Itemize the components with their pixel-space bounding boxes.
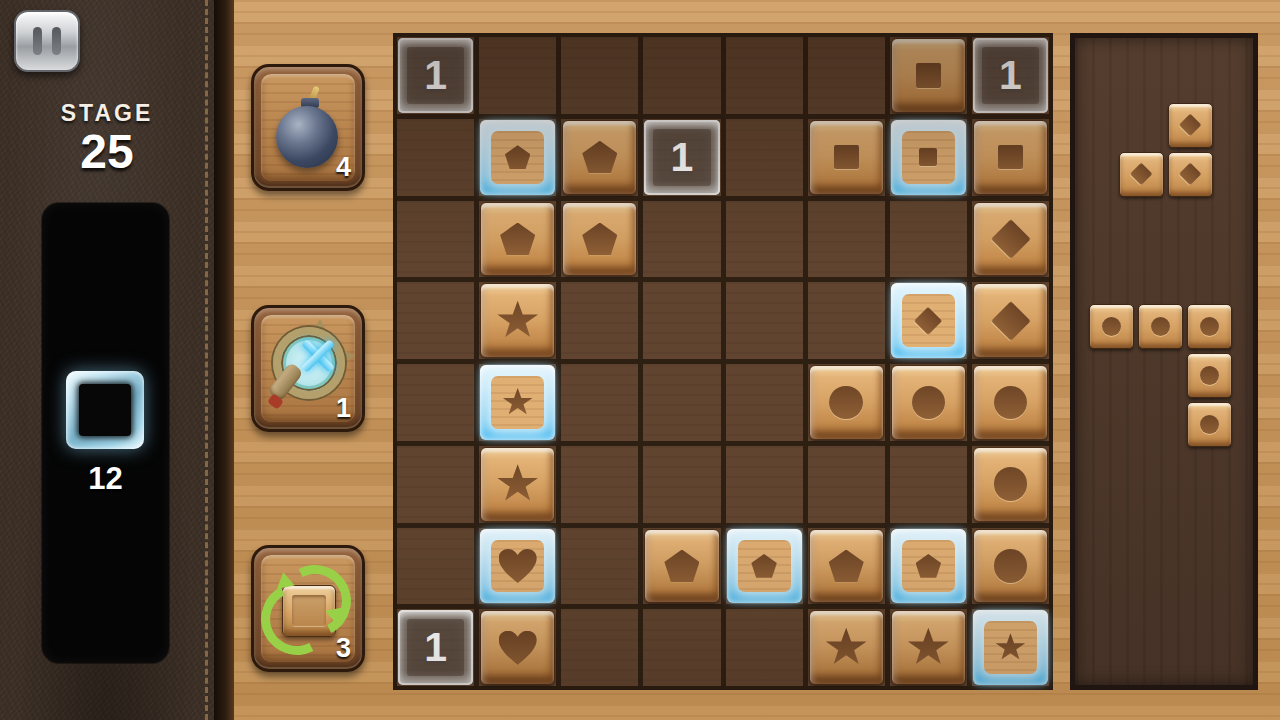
- frozen-tile-core: [491, 376, 544, 429]
- heart-tile: [480, 610, 555, 685]
- board-cell-r2c6[interactable]: [808, 119, 885, 196]
- blocker-number: 1: [999, 52, 1022, 99]
- stage-label: STAGE: [0, 100, 214, 127]
- frozen-tile-core: [902, 131, 955, 184]
- pent-tile: [809, 529, 884, 604]
- board-cell-r8c8[interactable]: [972, 609, 1049, 686]
- board-cell-r6c2[interactable]: [479, 446, 556, 523]
- heart-symbol: [499, 549, 537, 583]
- star-tile: [891, 610, 966, 685]
- rotate-powerup-button[interactable]: 3: [251, 545, 365, 672]
- cir-symbol: [994, 386, 1028, 419]
- board-cell-r8c6[interactable]: [808, 609, 885, 686]
- board-cell-r5c1[interactable]: [397, 364, 474, 441]
- star-symbol: [995, 633, 1026, 662]
- sq-symbol: [919, 148, 937, 166]
- sq-symbol: [834, 145, 859, 170]
- blocker-number: 1: [424, 624, 447, 671]
- board-cell-r6c4[interactable]: [643, 446, 720, 523]
- frozen-pent-tile: [891, 529, 966, 604]
- dia-symbol: [991, 219, 1030, 258]
- sq-tile: [891, 38, 966, 113]
- cir-symbol: [994, 467, 1028, 500]
- board-cell-r2c5[interactable]: [726, 119, 803, 196]
- board-cell-r5c6[interactable]: [808, 364, 885, 441]
- panel-edge-shadow: [214, 0, 234, 720]
- board-cell-r4c4[interactable]: [643, 282, 720, 359]
- magnifier-powerup-button[interactable]: 1: [251, 305, 365, 432]
- board-cell-r4c1[interactable]: [397, 282, 474, 359]
- sq-symbol: [916, 63, 941, 88]
- piece-block-dia: [1119, 152, 1164, 197]
- board-cell-r5c4[interactable]: [643, 364, 720, 441]
- board-cell-r2c4[interactable]: 1: [643, 119, 720, 196]
- board-cell-r2c8[interactable]: [972, 119, 1049, 196]
- sq-symbol: [998, 145, 1023, 170]
- pent-symbol: [582, 141, 617, 174]
- frozen-tile-core: [902, 540, 955, 593]
- pent-symbol: [664, 550, 699, 583]
- board-cell-r1c4[interactable]: [643, 37, 720, 114]
- cir-symbol: [1200, 317, 1220, 337]
- board-cell-r7c5[interactable]: [726, 528, 803, 605]
- board-cell-r5c7[interactable]: [890, 364, 967, 441]
- board-cell-r8c1[interactable]: 1: [397, 609, 474, 686]
- board-cell-r1c2[interactable]: [479, 37, 556, 114]
- piece-tray: [1070, 33, 1258, 690]
- sq-tile: [809, 120, 884, 195]
- board-cell-r3c2[interactable]: [479, 201, 556, 278]
- heart-symbol: [499, 631, 537, 665]
- board-cell-r4c7[interactable]: [890, 282, 967, 359]
- frozen-dia-tile: [891, 283, 966, 358]
- pent-tile: [480, 202, 555, 277]
- board-cell-r7c8[interactable]: [972, 528, 1049, 605]
- piece-block-cir: [1187, 304, 1232, 349]
- board-cell-r3c4[interactable]: [643, 201, 720, 278]
- board-cell-r1c1[interactable]: 1: [397, 37, 474, 114]
- board-cell-r6c1[interactable]: [397, 446, 474, 523]
- dia-symbol: [1179, 114, 1202, 137]
- board-cell-r8c4[interactable]: [643, 609, 720, 686]
- pause-icon: [33, 27, 42, 55]
- board-cell-r3c5[interactable]: [726, 201, 803, 278]
- cir-tile: [973, 447, 1048, 522]
- board-cell-r4c8[interactable]: [972, 282, 1049, 359]
- cir-tile: [973, 529, 1048, 604]
- pent-tile: [562, 120, 637, 195]
- cir-tile: [973, 365, 1048, 440]
- board-grid: 1111: [393, 33, 1053, 690]
- board-cell-r2c1[interactable]: [397, 119, 474, 196]
- frozen-tile-core: [491, 540, 544, 593]
- star-symbol: [825, 628, 867, 668]
- star-tile: [480, 283, 555, 358]
- board-cell-r7c7[interactable]: [890, 528, 967, 605]
- cir-symbol: [1102, 317, 1122, 337]
- board-cell-r4c6[interactable]: [808, 282, 885, 359]
- star-symbol: [502, 388, 533, 417]
- pause-icon: [52, 27, 61, 55]
- cir-symbol: [1200, 415, 1220, 435]
- frozen-tile-core: [984, 621, 1037, 674]
- star-symbol: [496, 464, 538, 504]
- magnifier-count: 1: [336, 393, 351, 424]
- bomb-icon: [272, 86, 344, 170]
- cir-symbol: [1151, 317, 1171, 337]
- sq-tile: [973, 120, 1048, 195]
- board-cell-r7c3[interactable]: [561, 528, 638, 605]
- glass-blocker-tile: 1: [398, 38, 473, 113]
- dia-tile: [973, 283, 1048, 358]
- ice-frame-block-icon: [66, 371, 144, 449]
- board-cell-r2c3[interactable]: [561, 119, 638, 196]
- board-cell-r8c3[interactable]: [561, 609, 638, 686]
- board-cell-r6c6[interactable]: [808, 446, 885, 523]
- star-tile: [809, 610, 884, 685]
- board-cell-r7c1[interactable]: [397, 528, 474, 605]
- board-cell-r1c5[interactable]: [726, 37, 803, 114]
- pent-symbol: [500, 223, 535, 256]
- board-cell-r5c5[interactable]: [726, 364, 803, 441]
- bomb-powerup-button[interactable]: 4: [251, 64, 365, 191]
- piece-block-cir: [1089, 304, 1134, 349]
- pent-tile: [644, 529, 719, 604]
- board-cell-r6c8[interactable]: [972, 446, 1049, 523]
- piece-block-cir: [1187, 402, 1232, 447]
- cir-symbol: [994, 549, 1028, 582]
- board-cell-r7c4[interactable]: [643, 528, 720, 605]
- tray-piece-2[interactable]: [1089, 304, 1232, 447]
- piece-block-cir: [1187, 353, 1232, 398]
- cir-symbol: [829, 386, 863, 419]
- pent-symbol: [505, 145, 531, 169]
- frozen-sq-tile: [891, 120, 966, 195]
- pause-button[interactable]: [14, 10, 80, 72]
- board-cell-r8c5[interactable]: [726, 609, 803, 686]
- bomb-body: [276, 106, 338, 168]
- glass-blocker-tile: 1: [398, 610, 473, 685]
- cir-symbol: [1200, 366, 1220, 386]
- piece-block-cir: [1138, 304, 1183, 349]
- board-cell-r3c1[interactable]: [397, 201, 474, 278]
- board-cell-r5c3[interactable]: [561, 364, 638, 441]
- board-cell-r5c2[interactable]: [479, 364, 556, 441]
- board-cell-r5c8[interactable]: [972, 364, 1049, 441]
- glass-blocker-tile: 1: [973, 38, 1048, 113]
- board-cell-r7c2[interactable]: [479, 528, 556, 605]
- dia-symbol: [1130, 163, 1153, 186]
- cir-symbol: [912, 386, 946, 419]
- frozen-pent-tile: [727, 529, 802, 604]
- pent-symbol: [582, 223, 617, 256]
- frozen-tile-core: [491, 131, 544, 184]
- frozen-tile-core: [738, 540, 791, 593]
- rotate-count: 3: [336, 633, 351, 664]
- board-cell-r3c3[interactable]: [561, 201, 638, 278]
- board-cell-r3c7[interactable]: [890, 201, 967, 278]
- board-cell-r1c7[interactable]: [890, 37, 967, 114]
- dia-symbol: [1179, 163, 1202, 186]
- ice-block-core: [79, 384, 131, 436]
- dia-tile: [973, 202, 1048, 277]
- dia-symbol: [914, 306, 942, 334]
- cir-tile: [809, 365, 884, 440]
- pent-symbol: [829, 550, 864, 583]
- board-cell-r2c2[interactable]: [479, 119, 556, 196]
- tray-piece-1[interactable]: [1119, 103, 1213, 197]
- piece-block-dia: [1168, 152, 1213, 197]
- pent-tile: [562, 202, 637, 277]
- star-symbol: [907, 628, 949, 668]
- frozen-heart-tile: [480, 529, 555, 604]
- board-cell-r6c5[interactable]: [726, 446, 803, 523]
- frozen-pent-tile: [480, 120, 555, 195]
- glass-blocker-tile: 1: [644, 120, 719, 195]
- blocker-number: 1: [671, 134, 694, 181]
- board-cell-r8c7[interactable]: [890, 609, 967, 686]
- frozen-star-tile: [973, 610, 1048, 685]
- game-screen: STAGE 25 12 4: [0, 0, 1280, 720]
- board-cell-r1c6[interactable]: [808, 37, 885, 114]
- board-cell-r8c2[interactable]: [479, 609, 556, 686]
- board-cell-r3c8[interactable]: [972, 201, 1049, 278]
- board-cell-r1c3[interactable]: [561, 37, 638, 114]
- board-cell-r4c3[interactable]: [561, 282, 638, 359]
- pent-symbol: [751, 554, 777, 578]
- board-cell-r4c2[interactable]: [479, 282, 556, 359]
- bomb-count: 4: [336, 152, 351, 183]
- board-cell-r3c6[interactable]: [808, 201, 885, 278]
- goal-panel: 12: [42, 203, 169, 663]
- dia-symbol: [991, 301, 1030, 340]
- board-cell-r4c5[interactable]: [726, 282, 803, 359]
- star-symbol: [496, 301, 538, 341]
- frozen-star-tile: [480, 365, 555, 440]
- frozen-tile-core: [902, 294, 955, 347]
- board-cell-r6c3[interactable]: [561, 446, 638, 523]
- stage-number: 25: [0, 124, 214, 179]
- goal-remaining-count: 12: [42, 461, 169, 497]
- board-cell-r6c7[interactable]: [890, 446, 967, 523]
- cir-tile: [891, 365, 966, 440]
- piece-block-dia: [1168, 103, 1213, 148]
- blocker-number: 1: [424, 52, 447, 99]
- board-cell-r1c8[interactable]: 1: [972, 37, 1049, 114]
- star-tile: [480, 447, 555, 522]
- board-cell-r7c6[interactable]: [808, 528, 885, 605]
- pent-symbol: [916, 554, 942, 578]
- board-cell-r2c7[interactable]: [890, 119, 967, 196]
